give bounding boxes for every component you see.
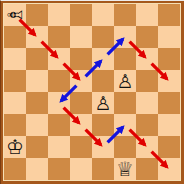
square-d5[interactable] [70,70,92,92]
square-b3[interactable] [26,114,48,136]
square-c5[interactable] [48,70,70,92]
square-f8[interactable] [114,4,136,26]
square-h4[interactable] [158,92,180,114]
square-h6[interactable] [158,48,180,70]
square-f7[interactable] [114,26,136,48]
square-d3[interactable] [70,114,92,136]
square-h7[interactable] [158,26,180,48]
white-bishop-a8[interactable]: ♗ [4,4,26,26]
square-a6[interactable] [4,48,26,70]
square-f2[interactable] [114,136,136,158]
square-g3[interactable] [136,114,158,136]
square-e8[interactable] [92,4,114,26]
square-a4[interactable] [4,92,26,114]
white-pawn-f5[interactable]: ♙ [114,70,136,92]
square-g5[interactable] [136,70,158,92]
white-king-a2[interactable]: ♔ [4,136,26,158]
square-e3[interactable] [92,114,114,136]
square-b7[interactable] [26,26,48,48]
square-a1[interactable] [4,158,26,180]
square-b6[interactable] [26,48,48,70]
square-e1[interactable] [92,158,114,180]
square-g4[interactable] [136,92,158,114]
square-c3[interactable] [48,114,70,136]
square-f4[interactable] [114,92,136,114]
square-a3[interactable] [4,114,26,136]
square-d1[interactable] [70,158,92,180]
square-c8[interactable] [48,4,70,26]
square-g6[interactable] [136,48,158,70]
square-b8[interactable] [26,4,48,26]
square-e5[interactable] [92,70,114,92]
square-h8[interactable] [158,4,180,26]
square-c2[interactable] [48,136,70,158]
square-g1[interactable] [136,158,158,180]
square-f6[interactable] [114,48,136,70]
board-squares: ♗♙♙♔♕ [4,4,180,180]
square-b4[interactable] [26,92,48,114]
square-g8[interactable] [136,4,158,26]
white-pawn-e4[interactable]: ♙ [92,92,114,114]
square-a5[interactable] [4,70,26,92]
chessboard: ♗♙♙♔♕ [0,0,184,184]
square-d2[interactable] [70,136,92,158]
square-e6[interactable] [92,48,114,70]
square-d7[interactable] [70,26,92,48]
square-e7[interactable] [92,26,114,48]
white-queen-f1[interactable]: ♕ [114,158,136,180]
square-h3[interactable] [158,114,180,136]
square-e2[interactable] [92,136,114,158]
square-b5[interactable] [26,70,48,92]
square-a7[interactable] [4,26,26,48]
square-d4[interactable] [70,92,92,114]
square-g7[interactable] [136,26,158,48]
square-c7[interactable] [48,26,70,48]
square-d8[interactable] [70,4,92,26]
square-b1[interactable] [26,158,48,180]
square-f3[interactable] [114,114,136,136]
square-g2[interactable] [136,136,158,158]
square-b2[interactable] [26,136,48,158]
square-c4[interactable] [48,92,70,114]
square-h2[interactable] [158,136,180,158]
square-c6[interactable] [48,48,70,70]
square-c1[interactable] [48,158,70,180]
square-h5[interactable] [158,70,180,92]
square-d6[interactable] [70,48,92,70]
square-h1[interactable] [158,158,180,180]
